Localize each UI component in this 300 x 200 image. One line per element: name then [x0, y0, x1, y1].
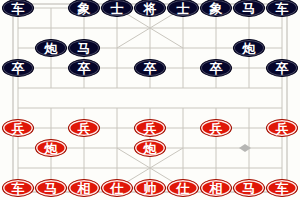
piece-black-soldier[interactable]: 卒	[266, 59, 298, 77]
piece-black-soldier[interactable]: 卒	[2, 59, 34, 77]
xiangqi-board[interactable]: 车象士将士象马车炮马炮卒卒卒卒卒兵兵兵兵兵炮炮车马相仕帅仕相马车	[0, 0, 300, 200]
piece-black-cannon[interactable]: 炮	[35, 39, 67, 57]
piece-black-soldier[interactable]: 卒	[68, 59, 100, 77]
piece-red-advisor[interactable]: 仕	[167, 179, 199, 197]
piece-red-elephant[interactable]: 相	[68, 179, 100, 197]
piece-black-cannon[interactable]: 炮	[233, 39, 265, 57]
board-grid	[0, 0, 300, 200]
piece-red-soldier[interactable]: 兵	[200, 119, 232, 137]
piece-red-chariot[interactable]: 车	[266, 179, 298, 197]
piece-red-horse[interactable]: 马	[35, 179, 67, 197]
piece-black-horse[interactable]: 马	[68, 39, 100, 57]
piece-red-soldier[interactable]: 兵	[68, 119, 100, 137]
piece-red-cannon[interactable]: 炮	[134, 139, 166, 157]
piece-red-general[interactable]: 帅	[134, 179, 166, 197]
piece-red-chariot[interactable]: 车	[2, 179, 34, 197]
piece-red-horse[interactable]: 马	[233, 179, 265, 197]
cursor-left-arrow-icon	[235, 144, 245, 152]
ew-resize-cursor-icon	[235, 142, 255, 154]
piece-black-soldier[interactable]: 卒	[200, 59, 232, 77]
piece-red-cannon[interactable]: 炮	[35, 139, 67, 157]
piece-red-soldier[interactable]: 兵	[266, 119, 298, 137]
piece-red-soldier[interactable]: 兵	[2, 119, 34, 137]
cursor-right-arrow-icon	[245, 144, 255, 152]
piece-black-soldier[interactable]: 卒	[134, 59, 166, 77]
piece-red-soldier[interactable]: 兵	[134, 119, 166, 137]
piece-red-advisor[interactable]: 仕	[101, 179, 133, 197]
piece-red-elephant[interactable]: 相	[200, 179, 232, 197]
